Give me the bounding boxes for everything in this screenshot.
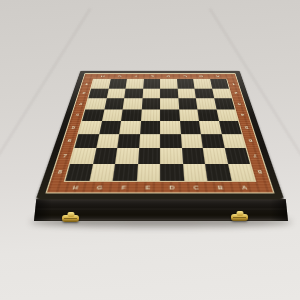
- square-d5[interactable]: [160, 121, 180, 134]
- rank-label-right-2: 2: [234, 92, 238, 95]
- file-label-far-b: B: [193, 75, 210, 78]
- chess-board: HGFEDCBA HGFEDCBA 12345678 12345678: [36, 71, 285, 200]
- file-label-near-b: B: [208, 184, 233, 190]
- square-d4[interactable]: [160, 109, 180, 121]
- square-a8[interactable]: [227, 164, 254, 181]
- square-c3[interactable]: [178, 98, 197, 109]
- square-g4[interactable]: [102, 109, 123, 121]
- square-e1[interactable]: [143, 79, 160, 88]
- square-f4[interactable]: [121, 109, 141, 121]
- square-e6[interactable]: [139, 134, 160, 148]
- rank-label-left-4: 4: [75, 113, 79, 117]
- rank-label-left-8: 8: [57, 169, 63, 174]
- square-h1[interactable]: [91, 79, 110, 88]
- square-g3[interactable]: [104, 98, 124, 109]
- file-label-near-d: D: [160, 184, 184, 190]
- square-g7[interactable]: [93, 148, 118, 164]
- square-c7[interactable]: [181, 148, 205, 164]
- square-e3[interactable]: [141, 98, 160, 109]
- square-e7[interactable]: [138, 148, 160, 164]
- rank-label-right-3: 3: [237, 102, 241, 105]
- square-d3[interactable]: [160, 98, 179, 109]
- square-g8[interactable]: [89, 164, 115, 181]
- square-e5[interactable]: [140, 121, 160, 134]
- square-d1[interactable]: [160, 79, 177, 88]
- square-a3[interactable]: [214, 98, 235, 109]
- square-e8[interactable]: [136, 164, 160, 181]
- square-f6[interactable]: [117, 134, 139, 148]
- rank-label-left-7: 7: [62, 153, 67, 158]
- square-c5[interactable]: [180, 121, 201, 134]
- square-b2[interactable]: [194, 88, 213, 98]
- brass-clasp-left-icon: [62, 215, 79, 222]
- square-f2[interactable]: [124, 88, 143, 98]
- square-g5[interactable]: [99, 121, 121, 134]
- square-a6[interactable]: [221, 134, 245, 148]
- file-label-near-f: F: [111, 184, 136, 190]
- square-c4[interactable]: [179, 109, 199, 121]
- square-g1[interactable]: [108, 79, 127, 88]
- square-h2[interactable]: [88, 88, 108, 98]
- photo-backdrop: HGFEDCBA HGFEDCBA 12345678 12345678: [0, 0, 300, 300]
- square-f3[interactable]: [123, 98, 142, 109]
- rank-label-left-2: 2: [82, 92, 86, 95]
- squares-grid: [65, 79, 254, 181]
- file-label-far-g: G: [111, 75, 128, 78]
- square-c2[interactable]: [177, 88, 196, 98]
- square-h3[interactable]: [85, 98, 106, 109]
- square-c8[interactable]: [182, 164, 207, 181]
- square-b4[interactable]: [197, 109, 218, 121]
- square-f1[interactable]: [126, 79, 144, 88]
- square-e4[interactable]: [141, 109, 161, 121]
- square-d2[interactable]: [160, 88, 178, 98]
- square-a2[interactable]: [212, 88, 232, 98]
- square-e2[interactable]: [142, 88, 160, 98]
- rank-label-right-8: 8: [257, 169, 263, 174]
- file-label-far-c: C: [176, 75, 193, 78]
- rank-label-right-4: 4: [241, 113, 245, 117]
- file-label-far-h: H: [94, 75, 111, 78]
- square-b3[interactable]: [196, 98, 216, 109]
- file-label-far-e: E: [144, 75, 160, 78]
- chess-board-scene: HGFEDCBA HGFEDCBA 12345678 12345678: [63, 24, 257, 218]
- rank-label-right-1: 1: [231, 82, 235, 85]
- rank-label-left-5: 5: [71, 125, 76, 129]
- file-label-near-g: G: [87, 184, 112, 190]
- file-label-near-a: A: [232, 184, 258, 190]
- square-c6[interactable]: [180, 134, 202, 148]
- rank-label-right-7: 7: [252, 153, 257, 158]
- rank-label-left-1: 1: [85, 82, 89, 85]
- square-b5[interactable]: [199, 121, 221, 134]
- rank-label-right-5: 5: [244, 125, 249, 129]
- file-label-near-e: E: [136, 184, 160, 190]
- file-label-near-c: C: [184, 184, 209, 190]
- file-label-far-d: D: [160, 75, 176, 78]
- brass-clasp-right-icon: [231, 214, 248, 221]
- square-a7[interactable]: [224, 148, 250, 164]
- square-f7[interactable]: [115, 148, 139, 164]
- file-label-near-h: H: [63, 184, 89, 190]
- square-c1[interactable]: [177, 79, 195, 88]
- rank-label-right-6: 6: [248, 139, 253, 143]
- square-d8[interactable]: [160, 164, 184, 181]
- square-b1[interactable]: [193, 79, 212, 88]
- file-label-far-a: A: [209, 75, 226, 78]
- square-g6[interactable]: [96, 134, 119, 148]
- square-f5[interactable]: [119, 121, 140, 134]
- square-a1[interactable]: [210, 79, 229, 88]
- square-a5[interactable]: [219, 121, 242, 134]
- file-labels-near: HGFEDCBA: [62, 182, 258, 193]
- square-d6[interactable]: [160, 134, 181, 148]
- square-d7[interactable]: [160, 148, 182, 164]
- square-f8[interactable]: [113, 164, 138, 181]
- rank-label-left-3: 3: [79, 102, 83, 105]
- rank-label-left-6: 6: [67, 139, 72, 143]
- file-label-far-f: F: [127, 75, 144, 78]
- square-a4[interactable]: [216, 109, 238, 121]
- square-g2[interactable]: [106, 88, 125, 98]
